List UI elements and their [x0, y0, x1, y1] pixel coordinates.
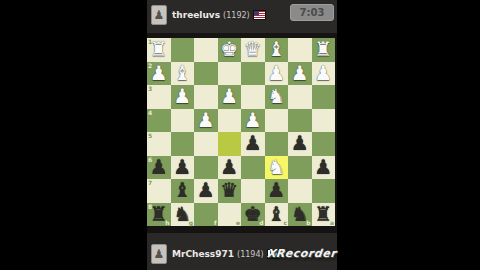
square-d1[interactable]: ♛	[241, 38, 265, 62]
square-c6[interactable]: ♞	[265, 156, 289, 180]
file-label-g: g	[189, 219, 193, 226]
square-h3[interactable]: 3	[147, 85, 171, 109]
white-bishop-icon: ♝	[173, 62, 191, 85]
square-a2[interactable]: ♟	[312, 62, 336, 86]
white-rook-icon: ♜	[150, 38, 168, 61]
square-d4[interactable]: ♟	[241, 109, 265, 133]
opponent-clock: 7:03	[290, 4, 334, 21]
square-b6[interactable]	[288, 156, 312, 180]
white-bishop-icon: ♝	[267, 38, 285, 61]
square-g6[interactable]: ♟	[171, 156, 195, 180]
opponent-avatar[interactable]: ♟	[151, 5, 167, 25]
white-rook-icon: ♜	[314, 38, 332, 61]
black-pawn-icon: ♟	[314, 156, 332, 179]
square-b3[interactable]	[288, 85, 312, 109]
square-d8[interactable]: d♚	[241, 203, 265, 227]
file-label-b: b	[306, 219, 310, 226]
file-label-d: d	[259, 219, 263, 226]
black-pawn-icon: ♟	[220, 156, 238, 179]
square-d3[interactable]	[241, 85, 265, 109]
square-a3[interactable]	[312, 85, 336, 109]
rank-label-5: 5	[148, 132, 152, 139]
file-label-a: a	[330, 219, 334, 226]
file-label-c: c	[283, 219, 287, 226]
square-e6[interactable]: ♟	[218, 156, 242, 180]
square-b5[interactable]: ♟	[288, 132, 312, 156]
black-pawn-icon: ♟	[150, 156, 168, 179]
pawn-avatar-icon: ♟	[154, 247, 165, 261]
rank-label-2: 2	[148, 62, 152, 69]
square-g7[interactable]: ♝	[171, 179, 195, 203]
screen: ♟ threeluvs (1192) 7:03 1♜♚♛♝♜2♟♝♟♟♟3♟♟♞…	[0, 0, 480, 270]
file-label-e: e	[236, 219, 240, 226]
square-b8[interactable]: b♞	[288, 203, 312, 227]
white-pawn-icon: ♟	[220, 85, 238, 108]
square-g1[interactable]	[171, 38, 195, 62]
player-avatar[interactable]: ♟	[151, 244, 167, 264]
opponent-clock-time: 7:03	[300, 7, 325, 18]
rank-label-1: 1	[148, 38, 152, 45]
square-h2[interactable]: 2♟	[147, 62, 171, 86]
black-pawn-icon: ♟	[197, 179, 215, 202]
black-pawn-icon: ♟	[244, 132, 262, 155]
square-g3[interactable]: ♟	[171, 85, 195, 109]
square-g2[interactable]: ♝	[171, 62, 195, 86]
square-b4[interactable]	[288, 109, 312, 133]
square-c7[interactable]: ♟	[265, 179, 289, 203]
square-d6[interactable]	[241, 156, 265, 180]
square-g4[interactable]	[171, 109, 195, 133]
white-king-icon: ♚	[220, 38, 238, 61]
white-pawn-icon: ♟	[173, 85, 191, 108]
square-c2[interactable]: ♟	[265, 62, 289, 86]
square-d7[interactable]	[241, 179, 265, 203]
square-g5[interactable]	[171, 132, 195, 156]
square-e7[interactable]: ♛	[218, 179, 242, 203]
player-rating: (1194)	[237, 250, 264, 259]
square-d2[interactable]	[241, 62, 265, 86]
app-content: ♟ threeluvs (1192) 7:03 1♜♚♛♝♜2♟♝♟♟♟3♟♟♞…	[147, 0, 337, 270]
square-a1[interactable]: ♜	[312, 38, 336, 62]
square-e3[interactable]: ♟	[218, 85, 242, 109]
square-e2[interactable]	[218, 62, 242, 86]
file-label-f: f	[214, 219, 217, 226]
white-pawn-icon: ♟	[150, 62, 168, 85]
player-info[interactable]: MrChess971 (1194)	[172, 244, 280, 264]
black-pawn-icon: ♟	[173, 156, 191, 179]
black-queen-icon: ♛	[220, 179, 238, 202]
black-pawn-icon: ♟	[267, 179, 285, 202]
square-e4[interactable]	[218, 109, 242, 133]
square-c5[interactable]	[265, 132, 289, 156]
white-pawn-icon: ♟	[314, 62, 332, 85]
square-h5[interactable]: 5	[147, 132, 171, 156]
opponent-player-bar: ♟ threeluvs (1192) 7:03	[147, 0, 337, 33]
square-a5[interactable]	[312, 132, 336, 156]
square-f6[interactable]	[194, 156, 218, 180]
square-f3[interactable]	[194, 85, 218, 109]
square-c8[interactable]: c♝	[265, 203, 289, 227]
pawn-avatar-icon: ♟	[154, 8, 165, 22]
square-f8[interactable]: f	[194, 203, 218, 227]
square-a4[interactable]	[312, 109, 336, 133]
white-knight-icon: ♞	[267, 156, 285, 179]
square-h1[interactable]: 1♜	[147, 38, 171, 62]
square-c1[interactable]: ♝	[265, 38, 289, 62]
square-f7[interactable]: ♟	[194, 179, 218, 203]
opponent-rating: (1192)	[223, 11, 250, 20]
square-a7[interactable]	[312, 179, 336, 203]
square-f4[interactable]: ♟	[194, 109, 218, 133]
white-queen-icon: ♛	[244, 38, 262, 61]
white-knight-icon: ♞	[267, 85, 285, 108]
white-pawn-icon: ♟	[267, 62, 285, 85]
square-a8[interactable]: a♜	[312, 203, 336, 227]
player-username: MrChess971	[172, 249, 234, 259]
black-bishop-icon: ♝	[173, 179, 191, 202]
chess-board: 1♜♚♛♝♜2♟♝♟♟♟3♟♟♞4♟♟5♟♟6♟♟♟♞♟7♝♟♛♟8h♜g♞fe…	[147, 38, 335, 226]
square-a6[interactable]: ♟	[312, 156, 336, 180]
square-e1[interactable]: ♚	[218, 38, 242, 62]
square-f2[interactable]	[194, 62, 218, 86]
screen-recorder-watermark: XRecorder	[266, 247, 337, 260]
square-h6[interactable]: 6♟	[147, 156, 171, 180]
square-b1[interactable]	[288, 38, 312, 62]
file-label-h: h	[165, 219, 169, 226]
square-d5[interactable]: ♟	[241, 132, 265, 156]
square-e8[interactable]: e	[218, 203, 242, 227]
opponent-username: threeluvs	[172, 10, 220, 20]
square-g8[interactable]: g♞	[171, 203, 195, 227]
square-h4[interactable]: 4	[147, 109, 171, 133]
square-b2[interactable]: ♟	[288, 62, 312, 86]
rank-label-3: 3	[148, 85, 152, 92]
rank-label-6: 6	[148, 156, 152, 163]
square-b7[interactable]	[288, 179, 312, 203]
white-pawn-icon: ♟	[197, 109, 215, 132]
opponent-info[interactable]: threeluvs (1192)	[172, 5, 266, 25]
black-pawn-icon: ♟	[291, 132, 309, 155]
square-c4[interactable]	[265, 109, 289, 133]
square-f5[interactable]	[194, 132, 218, 156]
white-pawn-icon: ♟	[244, 109, 262, 132]
square-h8[interactable]: 8h♜	[147, 203, 171, 227]
square-f1[interactable]	[194, 38, 218, 62]
square-e5[interactable]	[218, 132, 242, 156]
rank-label-8: 8	[148, 203, 152, 210]
rank-label-7: 7	[148, 179, 152, 186]
white-pawn-icon: ♟	[291, 62, 309, 85]
square-c3[interactable]: ♞	[265, 85, 289, 109]
us-flag-icon	[253, 10, 266, 20]
square-h7[interactable]: 7	[147, 179, 171, 203]
rank-label-4: 4	[148, 109, 152, 116]
